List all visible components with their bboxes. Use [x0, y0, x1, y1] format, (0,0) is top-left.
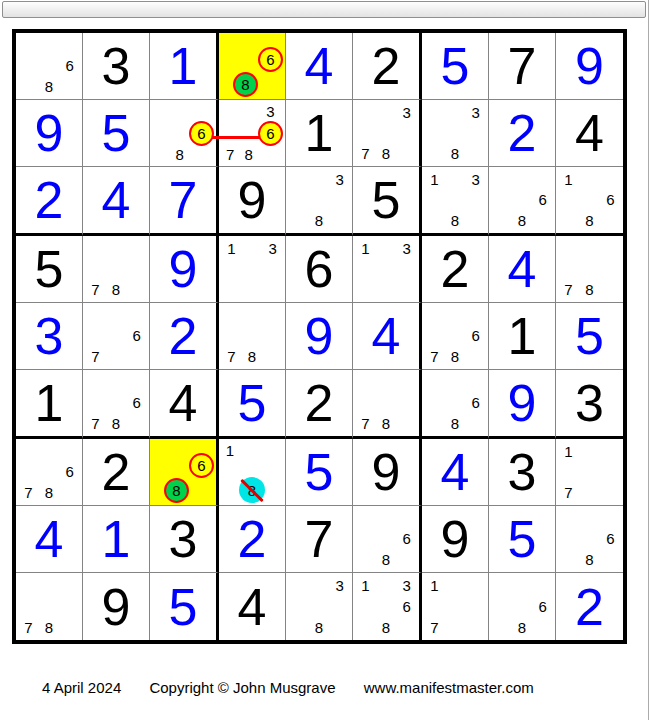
- cell-r5c4[interactable]: 78: [219, 303, 286, 370]
- candidate-1: 1: [430, 577, 438, 594]
- pencil-grid: 68: [355, 508, 417, 570]
- footer-website: www.manifestmaster.com: [364, 679, 534, 696]
- candidate-8: 8: [45, 78, 53, 95]
- solved-digit: 2: [35, 174, 64, 226]
- pencil-grid: 378: [355, 102, 417, 164]
- cell-r9c8[interactable]: 68: [489, 573, 556, 640]
- cell-r5c7[interactable]: 678: [422, 303, 489, 370]
- solved-digit: 9: [35, 107, 64, 159]
- candidate-8: 8: [315, 212, 323, 229]
- pencil-grid: 38: [288, 169, 350, 231]
- candidate-6: 6: [402, 598, 410, 615]
- cell-r9c9[interactable]: 2: [556, 573, 623, 640]
- candidate-1: 1: [226, 442, 234, 459]
- candidate-7: 7: [564, 281, 572, 298]
- cell-r1c4[interactable]: 68: [219, 33, 286, 100]
- cell-r5c9[interactable]: 5: [556, 303, 623, 370]
- pencil-grid: 68: [18, 35, 80, 97]
- candidate-3: 3: [266, 103, 274, 120]
- cell-r2c7[interactable]: 38: [422, 100, 489, 167]
- given-digit: 2: [441, 243, 470, 295]
- solved-digit: 4: [305, 40, 334, 92]
- candidate-8: 8: [518, 212, 526, 229]
- cell-r6c9[interactable]: 3: [556, 370, 623, 439]
- candidate-1: 1: [564, 171, 572, 188]
- solved-digit: 4: [372, 310, 401, 362]
- cell-r6c2[interactable]: 678: [83, 370, 150, 439]
- cell-r8c3[interactable]: 3: [150, 506, 219, 573]
- pencil-grid: 13: [221, 238, 283, 300]
- candidate-6: 6: [258, 121, 283, 146]
- footer-date: 4 April 2024: [42, 679, 121, 696]
- cell-r3c4[interactable]: 9: [219, 167, 286, 236]
- cell-r1c6[interactable]: 2: [353, 33, 422, 100]
- cell-r8c9[interactable]: 68: [556, 506, 623, 573]
- candidate-8: 8: [382, 145, 390, 162]
- pencil-grid: 168: [558, 169, 621, 231]
- sudoku-board: 6831684257995683678137838242479385138681…: [12, 29, 627, 644]
- cell-r6c8[interactable]: 9: [489, 370, 556, 439]
- solved-digit: 5: [305, 446, 334, 498]
- candidate-1: 1: [430, 171, 438, 188]
- cell-r7c1[interactable]: 678: [16, 439, 83, 506]
- cell-r3c7[interactable]: 138: [422, 167, 489, 236]
- candidate-8: 8: [315, 619, 323, 636]
- pencil-grid: 68: [152, 102, 214, 164]
- candidate-8: 8: [451, 145, 459, 162]
- pencil-grid: 68: [152, 441, 214, 503]
- candidate-8: 8: [45, 484, 53, 501]
- top-rule-bar: [2, 1, 646, 18]
- solved-digit: 9: [575, 40, 604, 92]
- cell-r7c4[interactable]: 18: [219, 439, 286, 506]
- cell-r4c2[interactable]: 78: [83, 236, 150, 303]
- cell-r4c7[interactable]: 2: [422, 236, 489, 303]
- solved-digit: 2: [575, 581, 604, 633]
- candidate-7: 7: [91, 348, 99, 365]
- cell-r7c8[interactable]: 3: [489, 439, 556, 506]
- cell-r8c4[interactable]: 2: [219, 506, 286, 573]
- cell-r5c3[interactable]: 2: [150, 303, 219, 370]
- candidate-6: 6: [402, 530, 410, 547]
- cell-r5c2[interactable]: 67: [83, 303, 150, 370]
- solved-digit: 4: [102, 174, 131, 226]
- given-digit: 4: [238, 581, 267, 633]
- pencil-grid: 78: [85, 238, 147, 300]
- pencil-grid: 78: [221, 305, 283, 367]
- candidate-3: 3: [402, 577, 410, 594]
- candidate-3: 3: [402, 240, 410, 257]
- cell-r4c4[interactable]: 13: [219, 236, 286, 303]
- given-digit: 9: [441, 513, 470, 565]
- candidate-7: 7: [361, 145, 369, 162]
- candidate-8: 8: [239, 477, 265, 503]
- candidate-1: 1: [564, 443, 572, 460]
- candidate-7: 7: [361, 415, 369, 432]
- cell-r8c1[interactable]: 4: [16, 506, 83, 573]
- candidate-1: 1: [227, 240, 235, 257]
- solved-digit: 9: [169, 243, 198, 295]
- cell-r1c5[interactable]: 4: [286, 33, 353, 100]
- given-digit: 1: [508, 310, 537, 362]
- cell-r1c1[interactable]: 68: [16, 33, 83, 100]
- candidate-1: 1: [361, 240, 369, 257]
- cell-r6c6[interactable]: 78: [353, 370, 422, 439]
- cell-r3c8[interactable]: 68: [489, 167, 556, 236]
- given-digit: 3: [575, 377, 604, 429]
- cell-r9c2[interactable]: 9: [83, 573, 150, 640]
- candidate-7: 7: [430, 348, 438, 365]
- candidate-8: 8: [451, 212, 459, 229]
- cell-r2c4[interactable]: 3678: [219, 100, 286, 167]
- solved-digit: 3: [35, 310, 64, 362]
- cell-r2c5[interactable]: 1: [286, 100, 353, 167]
- cell-r6c3[interactable]: 4: [150, 370, 219, 439]
- cell-r3c6[interactable]: 5: [353, 167, 422, 236]
- given-digit: 4: [169, 377, 198, 429]
- cell-r4c9[interactable]: 78: [556, 236, 623, 303]
- cell-r2c6[interactable]: 378: [353, 100, 422, 167]
- cell-r9c7[interactable]: 17: [422, 573, 489, 640]
- given-digit: 7: [508, 40, 537, 92]
- solved-digit: 5: [441, 40, 470, 92]
- candidate-8: 8: [112, 415, 120, 432]
- candidate-7: 7: [564, 484, 572, 501]
- candidate-8: 8: [451, 415, 459, 432]
- candidate-6: 6: [65, 463, 73, 480]
- candidate-3: 3: [335, 577, 343, 594]
- pencil-grid: 18: [221, 441, 283, 503]
- candidate-3: 3: [471, 104, 479, 121]
- cell-r7c2[interactable]: 2: [83, 439, 150, 506]
- solved-digit: 4: [35, 513, 64, 565]
- cell-r5c5[interactable]: 9: [286, 303, 353, 370]
- candidate-8: 8: [176, 146, 184, 163]
- solved-digit: 9: [508, 377, 537, 429]
- solved-digit: 5: [508, 513, 537, 565]
- candidate-6: 6: [538, 191, 546, 208]
- given-digit: 3: [169, 513, 198, 565]
- candidate-7: 7: [24, 619, 32, 636]
- given-digit: 5: [35, 243, 64, 295]
- solved-digit: 5: [575, 310, 604, 362]
- pencil-grid: 68: [491, 575, 553, 638]
- given-digit: 1: [305, 107, 334, 159]
- solved-digit: 9: [305, 310, 334, 362]
- cell-r1c2[interactable]: 3: [83, 33, 150, 100]
- pencil-grid: 67: [85, 305, 147, 367]
- cell-r3c2[interactable]: 4: [83, 167, 150, 236]
- candidate-6: 6: [189, 453, 214, 478]
- cell-r9c5[interactable]: 38: [286, 573, 353, 640]
- pencil-grid: 17: [558, 441, 621, 503]
- candidate-6: 6: [189, 121, 214, 146]
- solved-digit: 2: [238, 513, 267, 565]
- footer-copyright: Copyright © John Musgrave: [149, 679, 335, 696]
- cell-r7c5[interactable]: 5: [286, 439, 353, 506]
- cell-r7c6[interactable]: 9: [353, 439, 422, 506]
- solved-digit: 4: [508, 243, 537, 295]
- footer: 4 April 2024 Copyright © John Musgrave w…: [42, 679, 534, 696]
- solved-digit: 5: [238, 377, 267, 429]
- candidate-7: 7: [91, 415, 99, 432]
- window-right-edge: [648, 0, 649, 720]
- given-digit: 9: [238, 174, 267, 226]
- candidate-8: 8: [164, 478, 189, 503]
- given-digit: 2: [372, 40, 401, 92]
- cell-r2c2[interactable]: 5: [83, 100, 150, 167]
- candidate-6: 6: [65, 57, 73, 74]
- candidate-7: 7: [226, 146, 234, 163]
- cell-r9c3[interactable]: 5: [150, 573, 219, 640]
- cell-r8c5[interactable]: 7: [286, 506, 353, 573]
- cell-r7c7[interactable]: 4: [422, 439, 489, 506]
- candidate-8: 8: [382, 551, 390, 568]
- candidate-8: 8: [585, 551, 593, 568]
- cell-r7c9[interactable]: 17: [556, 439, 623, 506]
- cell-r2c8[interactable]: 2: [489, 100, 556, 167]
- candidate-6: 6: [606, 191, 614, 208]
- pencil-grid: 68: [424, 372, 486, 434]
- candidate-7: 7: [227, 348, 235, 365]
- given-digit: 4: [575, 107, 604, 159]
- given-digit: 2: [102, 446, 131, 498]
- cell-r9c1[interactable]: 78: [16, 573, 83, 640]
- pencil-grid: 38: [288, 575, 350, 638]
- cell-r4c3[interactable]: 9: [150, 236, 219, 303]
- cell-r3c1[interactable]: 2: [16, 167, 83, 236]
- candidate-3: 3: [268, 240, 276, 257]
- cell-r6c5[interactable]: 2: [286, 370, 353, 439]
- pencil-grid: 678: [18, 441, 80, 503]
- candidate-7: 7: [430, 619, 438, 636]
- pencil-grid: 78: [18, 575, 80, 638]
- cell-r6c7[interactable]: 68: [422, 370, 489, 439]
- solved-digit: 4: [441, 446, 470, 498]
- cell-r2c9[interactable]: 4: [556, 100, 623, 167]
- pencil-grid: 3678: [221, 102, 283, 164]
- solved-digit: 2: [169, 310, 198, 362]
- given-digit: 1: [35, 377, 64, 429]
- cell-r2c3[interactable]: 68: [150, 100, 219, 167]
- cell-r6c4[interactable]: 5: [219, 370, 286, 439]
- candidate-8: 8: [585, 212, 593, 229]
- given-digit: 9: [372, 446, 401, 498]
- pencil-grid: 38: [424, 102, 486, 164]
- pencil-grid: 17: [424, 575, 486, 638]
- cell-r6c1[interactable]: 1: [16, 370, 83, 439]
- given-digit: 5: [372, 174, 401, 226]
- cell-r3c5[interactable]: 38: [286, 167, 353, 236]
- cell-r8c6[interactable]: 68: [353, 506, 422, 573]
- given-digit: 3: [102, 40, 131, 92]
- cell-r7c3[interactable]: 68: [150, 439, 219, 506]
- pencil-grid: 68: [221, 35, 283, 97]
- given-digit: 3: [508, 446, 537, 498]
- cell-r1c8[interactable]: 7: [489, 33, 556, 100]
- given-digit: 2: [305, 377, 334, 429]
- candidate-3: 3: [335, 171, 343, 188]
- candidate-6: 6: [471, 394, 479, 411]
- given-digit: 9: [102, 581, 131, 633]
- candidate-8: 8: [233, 72, 258, 97]
- candidate-8: 8: [248, 348, 256, 365]
- cell-r4c5[interactable]: 6: [286, 236, 353, 303]
- given-digit: 6: [305, 243, 334, 295]
- candidate-6: 6: [606, 530, 614, 547]
- solved-digit: 5: [169, 581, 198, 633]
- candidate-7: 7: [91, 281, 99, 298]
- candidate-6: 6: [258, 47, 283, 72]
- cell-r5c8[interactable]: 1: [489, 303, 556, 370]
- pencil-grid: 138: [424, 169, 486, 231]
- cell-r4c6[interactable]: 13: [353, 236, 422, 303]
- pencil-grid: 78: [558, 238, 621, 300]
- pencil-grid: 68: [491, 169, 553, 231]
- given-digit: 7: [305, 513, 334, 565]
- cell-r2c1[interactable]: 9: [16, 100, 83, 167]
- elimination-strike: [240, 478, 263, 501]
- candidate-7: 7: [24, 484, 32, 501]
- candidate-6: 6: [471, 327, 479, 344]
- candidate-8: 8: [382, 415, 390, 432]
- candidate-8: 8: [112, 281, 120, 298]
- candidate-6: 6: [132, 327, 140, 344]
- candidate-8: 8: [518, 619, 526, 636]
- cell-r9c6[interactable]: 1368: [353, 573, 422, 640]
- cell-r1c3[interactable]: 1: [150, 33, 219, 100]
- solved-digit: 7: [169, 174, 198, 226]
- pencil-grid: 78: [355, 372, 417, 434]
- cell-r1c9[interactable]: 9: [556, 33, 623, 100]
- cell-r8c7[interactable]: 9: [422, 506, 489, 573]
- cell-r8c8[interactable]: 5: [489, 506, 556, 573]
- cell-r5c6[interactable]: 4: [353, 303, 422, 370]
- solved-digit: 1: [102, 513, 131, 565]
- pencil-grid: 678: [424, 305, 486, 367]
- candidate-6: 6: [132, 394, 140, 411]
- cell-r8c2[interactable]: 1: [83, 506, 150, 573]
- cell-r5c1[interactable]: 3: [16, 303, 83, 370]
- cell-r9c4[interactable]: 4: [219, 573, 286, 640]
- candidate-8: 8: [245, 146, 253, 163]
- solved-digit: 5: [102, 107, 131, 159]
- candidate-8: 8: [451, 348, 459, 365]
- cell-r3c3[interactable]: 7: [150, 167, 219, 236]
- candidate-3: 3: [402, 104, 410, 121]
- pencil-grid: 68: [558, 508, 621, 570]
- solved-digit: 1: [169, 40, 198, 92]
- candidate-3: 3: [471, 171, 479, 188]
- cell-r4c1[interactable]: 5: [16, 236, 83, 303]
- candidate-8: 8: [45, 619, 53, 636]
- cell-r1c7[interactable]: 5: [422, 33, 489, 100]
- candidate-1: 1: [361, 577, 369, 594]
- solved-digit: 2: [508, 107, 537, 159]
- candidate-8: 8: [382, 619, 390, 636]
- cell-r3c9[interactable]: 168: [556, 167, 623, 236]
- pencil-grid: 678: [85, 372, 147, 434]
- pencil-grid: 1368: [355, 575, 417, 638]
- candidate-8: 8: [585, 281, 593, 298]
- cell-r4c8[interactable]: 4: [489, 236, 556, 303]
- candidate-6: 6: [538, 598, 546, 615]
- pencil-grid: 13: [355, 238, 417, 300]
